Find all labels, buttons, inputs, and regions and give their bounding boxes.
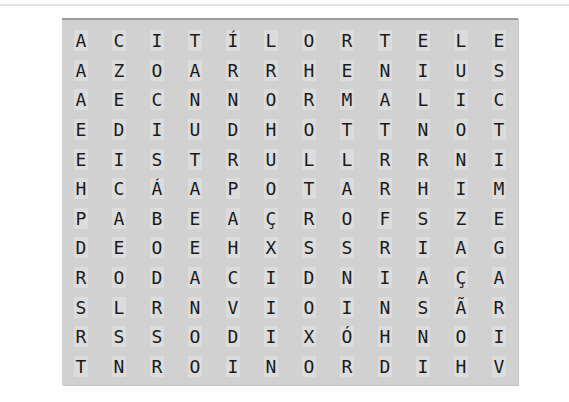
grid-letter: V	[226, 297, 241, 318]
grid-letter: U	[188, 119, 203, 140]
grid-cell[interactable]: H	[366, 322, 404, 352]
grid-cell[interactable]: O	[442, 115, 480, 145]
grid-cell[interactable]: N	[404, 322, 442, 352]
grid-cell[interactable]: Ó	[328, 322, 366, 352]
grid-cell[interactable]: S	[404, 292, 442, 322]
grid-letter: L	[302, 149, 317, 170]
grid-cell[interactable]: Ç	[252, 204, 290, 234]
grid-letter: A	[340, 178, 355, 199]
grid-cell[interactable]: V	[480, 351, 518, 381]
grid-cell[interactable]: N	[214, 85, 252, 115]
grid-cell[interactable]: Ã	[442, 292, 480, 322]
grid-letter: I	[264, 297, 279, 318]
grid-letter: V	[492, 356, 507, 377]
grid-letter: E	[74, 149, 89, 170]
grid-cell[interactable]: I	[138, 26, 176, 56]
grid-letter: N	[112, 356, 127, 377]
grid-letter: N	[226, 89, 241, 110]
grid-cell[interactable]: S	[100, 322, 138, 352]
letter-grid: ACITÍLORTELEAZOARRHENIUSAECNNORMALICEDIU…	[62, 20, 518, 385]
grid-cell[interactable]: L	[328, 144, 366, 174]
grid-letter: B	[150, 208, 165, 229]
grid-cell[interactable]: I	[138, 115, 176, 145]
grid-letter: N	[378, 297, 393, 318]
grid-cell[interactable]: Ç	[442, 263, 480, 293]
grid-cell[interactable]: T	[62, 351, 100, 381]
grid-cell[interactable]: I	[480, 322, 518, 352]
grid-letter: X	[302, 326, 317, 347]
grid-cell[interactable]: Í	[214, 26, 252, 56]
grid-letter: I	[492, 326, 507, 347]
grid-cell[interactable]: C	[100, 26, 138, 56]
grid-letter: I	[150, 119, 165, 140]
grid-letter: E	[112, 89, 127, 110]
grid-cell[interactable]: T	[366, 115, 404, 145]
grid-letter: D	[226, 326, 241, 347]
grid-cell[interactable]: U	[252, 144, 290, 174]
grid-cell[interactable]: R	[138, 351, 176, 381]
grid-cell[interactable]: R	[404, 144, 442, 174]
grid-cell[interactable]: R	[62, 263, 100, 293]
grid-letter: O	[302, 356, 317, 377]
grid-letter: R	[264, 60, 279, 81]
grid-letter: A	[226, 208, 241, 229]
grid-letter: I	[264, 267, 279, 288]
grid-letter: D	[226, 119, 241, 140]
grid-letter: H	[226, 237, 241, 258]
grid-cell[interactable]: C	[214, 263, 252, 293]
grid-letter: R	[416, 149, 431, 170]
grid-cell[interactable]: T	[290, 174, 328, 204]
grid-cell[interactable]: I	[404, 233, 442, 263]
grid-cell[interactable]: A	[214, 204, 252, 234]
grid-cell[interactable]: R	[214, 56, 252, 86]
grid-cell[interactable]: P	[214, 174, 252, 204]
grid-cell[interactable]: R	[290, 204, 328, 234]
grid-cell[interactable]: R	[252, 56, 290, 86]
grid-letter: L	[112, 297, 127, 318]
grid-letter: E	[74, 119, 89, 140]
grid-letter: H	[264, 119, 279, 140]
grid-letter: N	[340, 267, 355, 288]
grid-cell[interactable]: O	[252, 174, 290, 204]
grid-letter: A	[188, 60, 203, 81]
grid-cell[interactable]: Z	[442, 204, 480, 234]
grid-cell[interactable]: R	[366, 174, 404, 204]
grid-letter: T	[302, 178, 317, 199]
grid-letter: O	[302, 30, 317, 51]
grid-cell[interactable]: B	[138, 204, 176, 234]
grid-cell[interactable]: A	[366, 85, 404, 115]
grid-cell[interactable]: I	[480, 144, 518, 174]
grid-cell[interactable]: A	[62, 26, 100, 56]
grid-letter: A	[416, 267, 431, 288]
grid-letter: O	[454, 326, 469, 347]
grid-letter: D	[112, 119, 127, 140]
grid-letter: L	[416, 89, 431, 110]
grid-letter: O	[340, 208, 355, 229]
grid-cell[interactable]: Z	[100, 56, 138, 86]
grid-cell[interactable]: S	[138, 322, 176, 352]
grid-cell[interactable]: I	[404, 56, 442, 86]
grid-cell[interactable]: O	[252, 85, 290, 115]
grid-letter: N	[416, 326, 431, 347]
grid-letter: A	[74, 60, 89, 81]
grid-letter: L	[340, 149, 355, 170]
grid-letter: E	[340, 60, 355, 81]
grid-cell[interactable]: I	[252, 322, 290, 352]
grid-cell[interactable]: L	[404, 85, 442, 115]
grid-letter: S	[340, 237, 355, 258]
grid-cell[interactable]: R	[62, 322, 100, 352]
grid-letter: R	[378, 237, 393, 258]
grid-letter: T	[188, 149, 203, 170]
grid-cell[interactable]: D	[214, 115, 252, 145]
grid-cell[interactable]: M	[480, 174, 518, 204]
grid-letter: O	[302, 297, 317, 318]
grid-cell[interactable]: O	[290, 26, 328, 56]
grid-letter: S	[150, 149, 165, 170]
grid-cell[interactable]: N	[176, 292, 214, 322]
grid-letter: R	[74, 267, 89, 288]
grid-cell[interactable]: A	[62, 85, 100, 115]
grid-cell[interactable]: E	[62, 144, 100, 174]
grid-letter: M	[492, 178, 507, 199]
grid-letter: A	[74, 30, 89, 51]
grid-cell[interactable]: D	[138, 263, 176, 293]
grid-cell[interactable]: S	[290, 233, 328, 263]
grid-letter: P	[226, 178, 241, 199]
grid-letter: Á	[150, 178, 165, 199]
grid-cell[interactable]: O	[138, 233, 176, 263]
grid-letter: D	[302, 267, 317, 288]
grid-letter: Z	[454, 208, 469, 229]
grid-cell[interactable]: H	[404, 174, 442, 204]
grid-cell[interactable]: N	[100, 351, 138, 381]
grid-letter: R	[74, 326, 89, 347]
grid-cell[interactable]: N	[442, 144, 480, 174]
grid-cell[interactable]: E	[480, 26, 518, 56]
grid-cell[interactable]: V	[214, 292, 252, 322]
grid-letter: R	[150, 356, 165, 377]
grid-cell[interactable]: N	[176, 85, 214, 115]
grid-letter: O	[150, 60, 165, 81]
grid-letter: D	[74, 237, 89, 258]
grid-cell[interactable]: C	[480, 85, 518, 115]
grid-cell[interactable]: T	[176, 26, 214, 56]
grid-letter: O	[188, 356, 203, 377]
grid-cell[interactable]: R	[290, 85, 328, 115]
grid-cell[interactable]: H	[214, 233, 252, 263]
grid-cell[interactable]: S	[328, 233, 366, 263]
grid-letter: A	[188, 178, 203, 199]
grid-cell[interactable]: A	[176, 263, 214, 293]
grid-cell[interactable]: M	[328, 85, 366, 115]
grid-letter: A	[112, 208, 127, 229]
grid-letter: R	[150, 297, 165, 318]
grid-letter: D	[378, 356, 393, 377]
grid-letter: T	[188, 30, 203, 51]
grid-letter: I	[112, 149, 127, 170]
grid-cell[interactable]: E	[176, 204, 214, 234]
grid-cell[interactable]: A	[176, 56, 214, 86]
grid-cell[interactable]: R	[480, 292, 518, 322]
grid-cell[interactable]: L	[252, 26, 290, 56]
grid-cell[interactable]: N	[366, 292, 404, 322]
grid-letter: R	[340, 30, 355, 51]
grid-cell[interactable]: R	[214, 144, 252, 174]
grid-letter: S	[416, 297, 431, 318]
grid-cell[interactable]: A	[480, 263, 518, 293]
grid-cell[interactable]: A	[100, 204, 138, 234]
grid-letter: H	[302, 60, 317, 81]
grid-letter: I	[150, 30, 165, 51]
grid-letter: O	[188, 326, 203, 347]
grid-letter: T	[378, 119, 393, 140]
grid-letter: C	[492, 89, 507, 110]
grid-letter: E	[416, 30, 431, 51]
grid-letter: S	[416, 208, 431, 229]
grid-letter: C	[112, 178, 127, 199]
grid-letter: O	[454, 119, 469, 140]
grid-cell[interactable]: E	[100, 85, 138, 115]
grid-cell[interactable]: L	[442, 26, 480, 56]
grid-letter: D	[150, 267, 165, 288]
grid-letter: A	[454, 237, 469, 258]
grid-cell[interactable]: I	[100, 144, 138, 174]
grid-letter: I	[416, 60, 431, 81]
grid-letter: A	[188, 267, 203, 288]
grid-cell[interactable]: T	[328, 115, 366, 145]
grid-cell[interactable]: S	[480, 56, 518, 86]
grid-letter: N	[188, 89, 203, 110]
grid-letter: I	[416, 356, 431, 377]
grid-cell[interactable]: I	[328, 292, 366, 322]
grid-letter: E	[492, 208, 507, 229]
grid-cell[interactable]: N	[252, 351, 290, 381]
grid-cell[interactable]: C	[100, 174, 138, 204]
grid-letter: Ó	[340, 326, 355, 347]
grid-letter: E	[188, 208, 203, 229]
grid-letter: H	[378, 326, 393, 347]
grid-letter: T	[340, 119, 355, 140]
grid-cell[interactable]: O	[138, 56, 176, 86]
grid-cell[interactable]: O	[176, 351, 214, 381]
grid-letter: A	[378, 89, 393, 110]
grid-cell[interactable]: O	[100, 263, 138, 293]
grid-cell[interactable]: C	[138, 85, 176, 115]
grid-letter: N	[378, 60, 393, 81]
grid-cell[interactable]: S	[404, 204, 442, 234]
grid-cell[interactable]: H	[442, 351, 480, 381]
grid-letter: N	[454, 149, 469, 170]
grid-cell[interactable]: R	[328, 26, 366, 56]
grid-letter: C	[226, 267, 241, 288]
grid-letter: A	[492, 267, 507, 288]
grid-letter: U	[454, 60, 469, 81]
grid-letter: S	[150, 326, 165, 347]
grid-letter: Z	[112, 60, 127, 81]
grid-letter: S	[302, 237, 317, 258]
grid-cell[interactable]: A	[176, 174, 214, 204]
grid-letter: R	[302, 89, 317, 110]
grid-letter: I	[416, 237, 431, 258]
grid-cell[interactable]: O	[442, 322, 480, 352]
grid-letter: L	[454, 30, 469, 51]
grid-letter: I	[492, 149, 507, 170]
grid-cell[interactable]: X	[290, 322, 328, 352]
grid-cell[interactable]: I	[442, 174, 480, 204]
grid-cell[interactable]: R	[366, 144, 404, 174]
grid-letter: Ã	[454, 297, 469, 318]
grid-cell[interactable]: E	[176, 233, 214, 263]
grid-letter: O	[150, 237, 165, 258]
grid-letter: R	[302, 208, 317, 229]
grid-cell[interactable]: I	[252, 292, 290, 322]
grid-letter: R	[340, 356, 355, 377]
grid-cell[interactable]: I	[442, 85, 480, 115]
grid-letter: O	[264, 89, 279, 110]
grid-cell[interactable]: T	[366, 26, 404, 56]
grid-cell[interactable]: E	[100, 233, 138, 263]
grid-cell[interactable]: X	[252, 233, 290, 263]
grid-cell[interactable]: H	[252, 115, 290, 145]
grid-cell[interactable]: E	[328, 56, 366, 86]
grid-letter: S	[492, 60, 507, 81]
grid-cell[interactable]: R	[328, 351, 366, 381]
grid-letter: G	[492, 237, 507, 258]
grid-letter: N	[416, 119, 431, 140]
grid-cell[interactable]: A	[442, 233, 480, 263]
grid-letter: M	[340, 89, 355, 110]
grid-cell[interactable]: E	[62, 115, 100, 145]
grid-cell[interactable]: O	[290, 292, 328, 322]
grid-cell[interactable]: O	[290, 351, 328, 381]
grid-letter: L	[264, 30, 279, 51]
grid-letter: T	[74, 356, 89, 377]
grid-cell[interactable]: E	[404, 26, 442, 56]
grid-cell[interactable]: H	[62, 174, 100, 204]
grid-cell[interactable]: T	[176, 144, 214, 174]
grid-cell[interactable]: D	[290, 263, 328, 293]
grid-cell[interactable]: I	[404, 351, 442, 381]
grid-letter: N	[264, 356, 279, 377]
grid-cell[interactable]: E	[480, 204, 518, 234]
grid-letter: T	[378, 30, 393, 51]
grid-letter: I	[226, 356, 241, 377]
grid-cell[interactable]: N	[328, 263, 366, 293]
grid-cell[interactable]: S	[62, 292, 100, 322]
word-search-board: ACITÍLORTELEAZOARRHENIUSAECNNORMALICEDIU…	[62, 18, 518, 385]
grid-letter: R	[492, 297, 507, 318]
grid-letter: E	[492, 30, 507, 51]
grid-cell[interactable]: L	[290, 144, 328, 174]
grid-cell[interactable]: I	[366, 263, 404, 293]
grid-cell[interactable]: A	[62, 56, 100, 86]
grid-cell[interactable]: A	[328, 174, 366, 204]
grid-letter: P	[74, 208, 89, 229]
grid-letter: R	[226, 60, 241, 81]
grid-letter: O	[302, 119, 317, 140]
grid-letter: A	[74, 89, 89, 110]
grid-cell[interactable]: Á	[138, 174, 176, 204]
grid-letter: Ç	[454, 267, 469, 288]
grid-cell[interactable]: U	[176, 115, 214, 145]
grid-letter: R	[378, 178, 393, 199]
page: ACITÍLORTELEAZOARRHENIUSAECNNORMALICEDIU…	[0, 0, 569, 402]
grid-letter: S	[112, 326, 127, 347]
grid-cell[interactable]: D	[100, 115, 138, 145]
grid-cell[interactable]: D	[214, 322, 252, 352]
grid-cell[interactable]: U	[442, 56, 480, 86]
grid-letter: H	[454, 356, 469, 377]
grid-letter: F	[378, 208, 393, 229]
grid-cell[interactable]: I	[214, 351, 252, 381]
grid-letter: Í	[226, 30, 241, 51]
grid-cell[interactable]: R	[366, 233, 404, 263]
grid-letter: R	[226, 149, 241, 170]
grid-cell[interactable]: O	[176, 322, 214, 352]
grid-cell[interactable]: G	[480, 233, 518, 263]
grid-letter: H	[74, 178, 89, 199]
grid-cell[interactable]: R	[138, 292, 176, 322]
grid-cell[interactable]: P	[62, 204, 100, 234]
grid-letter: I	[340, 297, 355, 318]
grid-letter: I	[378, 267, 393, 288]
grid-cell[interactable]: F	[366, 204, 404, 234]
grid-letter: O	[264, 178, 279, 199]
grid-cell[interactable]: O	[328, 204, 366, 234]
grid-cell[interactable]: I	[252, 263, 290, 293]
grid-cell[interactable]: D	[62, 233, 100, 263]
grid-cell[interactable]: D	[366, 351, 404, 381]
grid-cell[interactable]: O	[290, 115, 328, 145]
grid-cell[interactable]: S	[138, 144, 176, 174]
grid-letter: I	[454, 178, 469, 199]
grid-letter: N	[188, 297, 203, 318]
grid-letter: I	[264, 326, 279, 347]
grid-cell[interactable]: T	[480, 115, 518, 145]
grid-letter: X	[264, 237, 279, 258]
grid-letter: S	[74, 297, 89, 318]
grid-cell[interactable]: N	[404, 115, 442, 145]
grid-letter: T	[492, 119, 507, 140]
grid-letter: R	[378, 149, 393, 170]
grid-letter: E	[112, 237, 127, 258]
grid-letter: O	[112, 267, 127, 288]
grid-letter: I	[454, 89, 469, 110]
grid-letter: C	[150, 89, 165, 110]
grid-cell[interactable]: N	[366, 56, 404, 86]
grid-cell[interactable]: H	[290, 56, 328, 86]
grid-letter: H	[416, 178, 431, 199]
grid-letter: E	[188, 237, 203, 258]
grid-letter: Ç	[264, 208, 279, 229]
grid-cell[interactable]: A	[404, 263, 442, 293]
grid-letter: C	[112, 30, 127, 51]
top-divider-line	[0, 4, 569, 6]
grid-letter: U	[264, 149, 279, 170]
grid-cell[interactable]: L	[100, 292, 138, 322]
